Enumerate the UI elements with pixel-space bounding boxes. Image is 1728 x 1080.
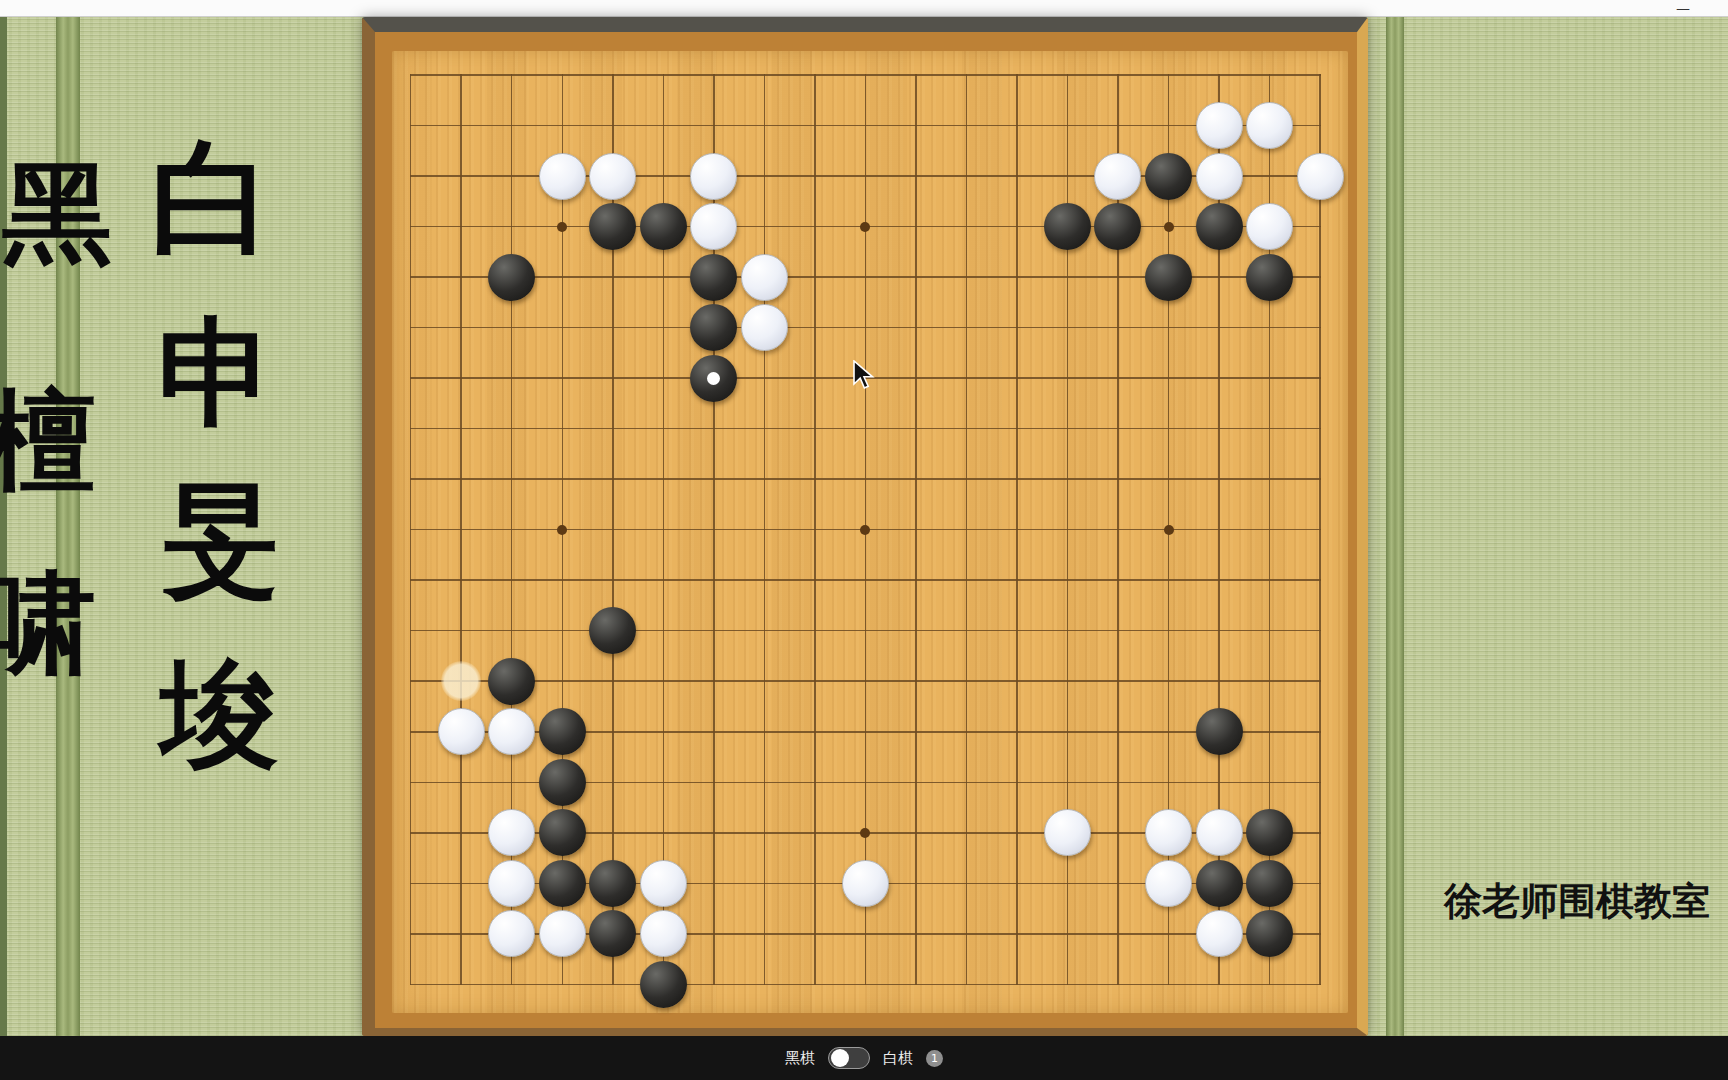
stone-black	[539, 860, 586, 907]
grid-line-vertical	[1016, 74, 1018, 985]
grid-line-vertical	[1319, 74, 1321, 985]
stone-white	[640, 910, 687, 957]
stone-black	[488, 254, 535, 301]
star-point	[860, 828, 870, 838]
stone-white	[488, 809, 535, 856]
ghost-stone-preview	[441, 661, 481, 701]
grid-line-vertical	[966, 74, 968, 985]
stone-black	[488, 658, 535, 705]
stone-black	[1196, 860, 1243, 907]
stone-white	[539, 153, 586, 200]
stone-black	[539, 809, 586, 856]
stone-black	[1196, 708, 1243, 755]
stone-white	[1145, 860, 1192, 907]
stone-white	[1094, 153, 1141, 200]
mouse-cursor	[852, 360, 878, 392]
stone-white	[488, 910, 535, 957]
stone-black	[539, 708, 586, 755]
stone-black	[1196, 203, 1243, 250]
white-stones-label: 白棋	[883, 1049, 913, 1068]
stone-white	[438, 708, 485, 755]
stone-black	[690, 254, 737, 301]
stone-black	[690, 304, 737, 351]
stone-white	[1196, 102, 1243, 149]
bottom-toolbar: 黑棋 白棋 1	[0, 1036, 1728, 1080]
star-point	[860, 525, 870, 535]
star-point	[860, 222, 870, 232]
stone-white	[1196, 809, 1243, 856]
stone-black	[1145, 153, 1192, 200]
stone-black	[1246, 910, 1293, 957]
stone-black	[1094, 203, 1141, 250]
star-point	[557, 525, 567, 535]
stone-white	[488, 708, 535, 755]
count-badge: 1	[926, 1050, 943, 1067]
stone-white	[640, 860, 687, 907]
stone-black	[640, 961, 687, 1008]
stone-white	[1196, 153, 1243, 200]
grid-line-vertical	[915, 74, 917, 985]
black-stones-label: 黑棋	[785, 1049, 815, 1068]
star-point	[1164, 525, 1174, 535]
grid-line-horizontal	[410, 579, 1321, 581]
stone-black	[589, 860, 636, 907]
stone-white	[1044, 809, 1091, 856]
stone-black	[589, 203, 636, 250]
stone-black	[589, 910, 636, 957]
stone-black	[1145, 254, 1192, 301]
stone-white	[1196, 910, 1243, 957]
grid-line-horizontal	[410, 680, 1321, 682]
grid-line-horizontal	[410, 984, 1321, 986]
stone-white	[1246, 203, 1293, 250]
stone-white	[842, 860, 889, 907]
stone-black	[690, 355, 737, 402]
stone-black	[640, 203, 687, 250]
stone-white	[1145, 809, 1192, 856]
color-toggle[interactable]	[828, 1047, 870, 1069]
stone-white	[589, 153, 636, 200]
stone-black	[1044, 203, 1091, 250]
go-board-grid[interactable]	[0, 0, 1728, 1080]
stone-white	[539, 910, 586, 957]
stone-white	[741, 254, 788, 301]
stone-black	[1246, 254, 1293, 301]
star-point	[557, 222, 567, 232]
stone-black	[539, 759, 586, 806]
stone-white	[488, 860, 535, 907]
grid-line-horizontal	[410, 630, 1321, 632]
stone-white	[1297, 153, 1344, 200]
stone-white	[690, 153, 737, 200]
stone-white	[1246, 102, 1293, 149]
star-point	[1164, 222, 1174, 232]
stone-black	[1246, 860, 1293, 907]
stone-black	[589, 607, 636, 654]
color-toggle-knob[interactable]	[831, 1049, 849, 1067]
application-window: — 黑 檀 啸 白 申 旻 埈 徐老师围棋教室 黑棋 白棋 1	[0, 0, 1728, 1080]
stone-black	[1246, 809, 1293, 856]
stone-white	[741, 304, 788, 351]
stone-white	[690, 203, 737, 250]
